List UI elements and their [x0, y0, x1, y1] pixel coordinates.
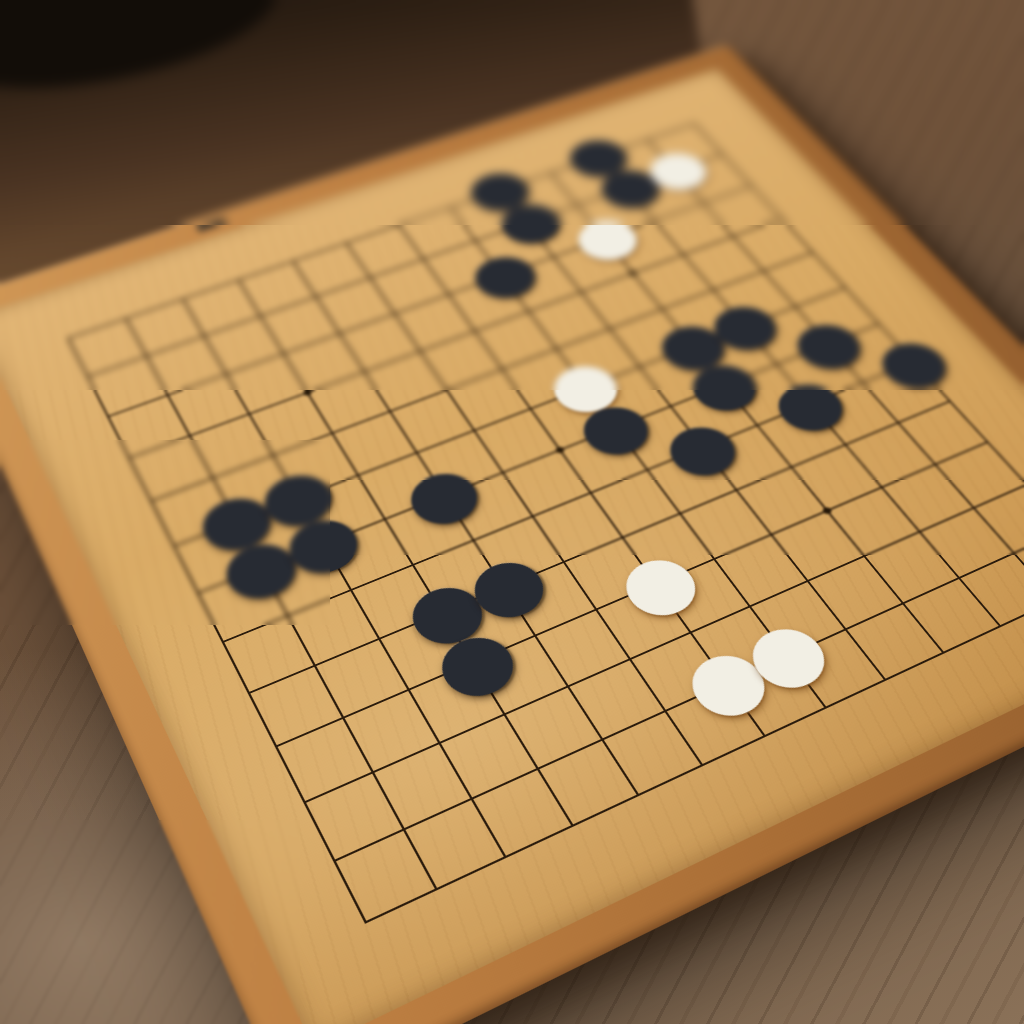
stone-black[interactable]: ● — [389, 452, 494, 536]
stone-black[interactable]: ● — [754, 365, 859, 442]
stone-black[interactable]: ● — [646, 407, 752, 487]
hoshi-point — [555, 446, 566, 454]
hoshi-point — [821, 506, 832, 515]
hoshi-point — [302, 389, 312, 397]
hoshi-point — [628, 270, 638, 277]
scene: ●●●●●●●●●●●●●●●●●●●●●●●●●●● — [0, 0, 1024, 1024]
hinge-clasp — [195, 217, 227, 233]
stone-white[interactable]: ● — [558, 204, 652, 269]
stone-white[interactable]: ● — [601, 538, 713, 629]
